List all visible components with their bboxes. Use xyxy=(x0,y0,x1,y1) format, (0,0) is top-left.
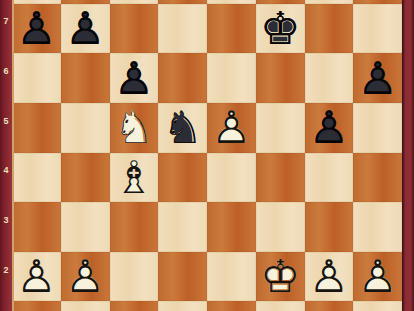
piece-white-pawn[interactable]: ♟♙ xyxy=(207,103,256,153)
piece-black-pawn[interactable]: ♟♙ xyxy=(353,53,402,103)
square-c1[interactable] xyxy=(110,301,159,311)
piece-white-bishop[interactable]: ♝♗ xyxy=(110,153,159,203)
piece-black-pawn[interactable]: ♟♙ xyxy=(61,4,110,54)
black-pawn-outline-glyph: ♙ xyxy=(357,56,397,101)
square-d2[interactable] xyxy=(158,252,207,302)
piece-white-pawn[interactable]: ♟♙ xyxy=(305,252,354,302)
square-d1[interactable] xyxy=(158,301,207,311)
square-h6[interactable]: ♟♙ xyxy=(353,53,402,103)
square-h2[interactable]: ♟♙ xyxy=(353,252,402,302)
square-h1[interactable] xyxy=(353,301,402,311)
square-d6[interactable] xyxy=(158,53,207,103)
square-a7[interactable]: ♟♙ xyxy=(12,4,61,54)
square-b5[interactable] xyxy=(61,103,110,153)
square-a3[interactable] xyxy=(12,202,61,252)
square-e7[interactable] xyxy=(207,4,256,54)
piece-white-pawn[interactable]: ♟♙ xyxy=(12,252,61,302)
square-a1[interactable] xyxy=(12,301,61,311)
black-knight-outline-glyph: ♘ xyxy=(162,105,202,150)
square-e3[interactable] xyxy=(207,202,256,252)
square-g6[interactable] xyxy=(305,53,354,103)
square-c2[interactable] xyxy=(110,252,159,302)
square-h5[interactable] xyxy=(353,103,402,153)
black-pawn-outline-glyph: ♙ xyxy=(16,6,56,51)
square-c6[interactable]: ♟♙ xyxy=(110,53,159,103)
piece-black-king[interactable]: ♚♔ xyxy=(256,4,305,54)
square-g2[interactable]: ♟♙ xyxy=(305,252,354,302)
black-pawn-outline-glyph: ♙ xyxy=(309,105,349,150)
white-pawn-outline-glyph: ♙ xyxy=(65,254,105,299)
rank-label-5: 5 xyxy=(0,116,12,126)
square-f4[interactable] xyxy=(256,153,305,203)
square-e6[interactable] xyxy=(207,53,256,103)
piece-black-pawn[interactable]: ♟♙ xyxy=(110,53,159,103)
square-h4[interactable] xyxy=(353,153,402,203)
square-a6[interactable] xyxy=(12,53,61,103)
square-e5[interactable]: ♟♙ xyxy=(207,103,256,153)
square-c3[interactable] xyxy=(110,202,159,252)
piece-black-pawn[interactable]: ♟♙ xyxy=(305,103,354,153)
square-f6[interactable] xyxy=(256,53,305,103)
square-a5[interactable] xyxy=(12,103,61,153)
board-right-border xyxy=(402,0,414,311)
square-d4[interactable] xyxy=(158,153,207,203)
rank-label-4: 4 xyxy=(0,165,12,175)
square-h7[interactable] xyxy=(353,4,402,54)
square-d7[interactable] xyxy=(158,4,207,54)
square-b3[interactable] xyxy=(61,202,110,252)
square-b7[interactable]: ♟♙ xyxy=(61,4,110,54)
rank-label-6: 6 xyxy=(0,66,12,76)
board-left-border: 765432 xyxy=(0,0,14,311)
square-g7[interactable] xyxy=(305,4,354,54)
square-h3[interactable] xyxy=(353,202,402,252)
piece-white-king[interactable]: ♚♔ xyxy=(256,252,305,302)
square-f7[interactable]: ♚♔ xyxy=(256,4,305,54)
piece-white-knight[interactable]: ♞♘ xyxy=(110,103,159,153)
square-a2[interactable]: ♟♙ xyxy=(12,252,61,302)
square-e2[interactable] xyxy=(207,252,256,302)
piece-white-pawn[interactable]: ♟♙ xyxy=(353,252,402,302)
square-g1[interactable] xyxy=(305,301,354,311)
white-pawn-outline-glyph: ♙ xyxy=(16,254,56,299)
square-f1[interactable] xyxy=(256,301,305,311)
white-pawn-outline-glyph: ♙ xyxy=(357,254,397,299)
white-bishop-outline-glyph: ♗ xyxy=(114,155,154,200)
black-pawn-outline-glyph: ♙ xyxy=(65,6,105,51)
square-b2[interactable]: ♟♙ xyxy=(61,252,110,302)
square-d3[interactable] xyxy=(158,202,207,252)
white-king-outline-glyph: ♔ xyxy=(260,254,300,299)
piece-white-pawn[interactable]: ♟♙ xyxy=(61,252,110,302)
chess-board: ♟♙♟♙♚♔♟♙♟♙♞♘♞♘♟♙♟♙♝♗♟♙♟♙♚♔♟♙♟♙ xyxy=(12,0,402,311)
square-b6[interactable] xyxy=(61,53,110,103)
square-c5[interactable]: ♞♘ xyxy=(110,103,159,153)
rank-label-3: 3 xyxy=(0,215,12,225)
square-e4[interactable] xyxy=(207,153,256,203)
piece-black-pawn[interactable]: ♟♙ xyxy=(12,4,61,54)
white-pawn-outline-glyph: ♙ xyxy=(309,254,349,299)
rank-label-2: 2 xyxy=(0,265,12,275)
white-knight-outline-glyph: ♘ xyxy=(114,105,154,150)
square-b1[interactable] xyxy=(61,301,110,311)
white-pawn-outline-glyph: ♙ xyxy=(211,105,251,150)
square-c7[interactable] xyxy=(110,4,159,54)
square-f3[interactable] xyxy=(256,202,305,252)
square-e1[interactable] xyxy=(207,301,256,311)
chess-diagram: ♟♙♟♙♚♔♟♙♟♙♞♘♞♘♟♙♟♙♝♗♟♙♟♙♚♔♟♙♟♙ 765432 xyxy=(0,0,414,311)
square-c4[interactable]: ♝♗ xyxy=(110,153,159,203)
square-a4[interactable] xyxy=(12,153,61,203)
square-b4[interactable] xyxy=(61,153,110,203)
piece-black-knight[interactable]: ♞♘ xyxy=(158,103,207,153)
square-g3[interactable] xyxy=(305,202,354,252)
black-pawn-outline-glyph: ♙ xyxy=(114,56,154,101)
square-f2[interactable]: ♚♔ xyxy=(256,252,305,302)
square-d5[interactable]: ♞♘ xyxy=(158,103,207,153)
square-g4[interactable] xyxy=(305,153,354,203)
square-f5[interactable] xyxy=(256,103,305,153)
black-king-outline-glyph: ♔ xyxy=(260,6,300,51)
rank-label-7: 7 xyxy=(0,16,12,26)
square-g5[interactable]: ♟♙ xyxy=(305,103,354,153)
